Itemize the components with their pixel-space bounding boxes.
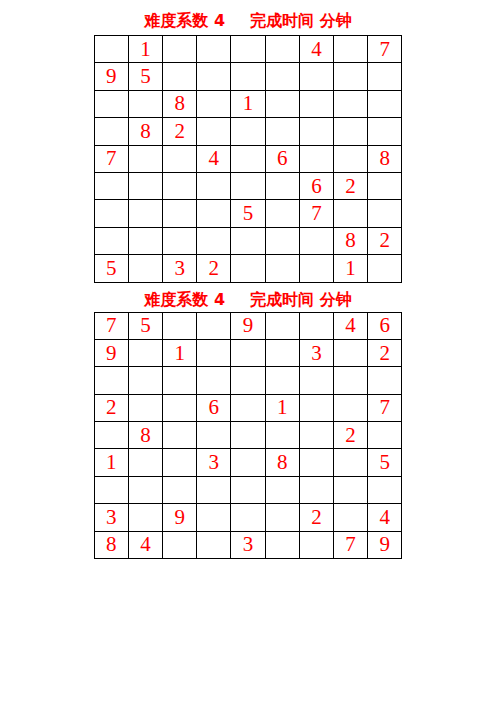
cell-r3c7[interactable] [300,91,334,118]
cell-r5c7[interactable] [300,422,334,449]
cell-r9c2: 4 [129,532,163,559]
difficulty-label: 难度系数 4 [144,291,225,308]
cell-r4c4[interactable] [197,118,231,145]
cell-r1c3[interactable] [163,36,197,63]
cell-r3c2[interactable] [129,91,163,118]
cell-r3c9[interactable] [368,367,402,394]
cell-r9c6[interactable] [266,532,300,559]
cell-r5c3[interactable] [163,422,197,449]
cell-r5c6[interactable] [266,422,300,449]
cell-r5c1: 7 [95,146,129,173]
cell-r9c2[interactable] [129,255,163,282]
cell-r5c4[interactable] [197,422,231,449]
cell-r7c6[interactable] [266,477,300,504]
cell-r6c7[interactable] [300,449,334,476]
cell-r9c5: 3 [231,532,265,559]
cell-r1c9: 7 [368,36,402,63]
cell-r8c7: 2 [300,504,334,531]
cell-r7c3[interactable] [163,477,197,504]
cell-r2c8[interactable] [334,63,368,90]
puzzle-2-header: 难度系数 4 完成时间 分钟 [0,291,496,308]
cell-r5c8[interactable] [334,146,368,173]
cell-r7c2[interactable] [129,200,163,227]
cell-r8c5[interactable] [231,504,265,531]
cell-r9c8: 7 [334,532,368,559]
cell-r6c8[interactable] [334,449,368,476]
cell-r3c7[interactable] [300,367,334,394]
cell-r4c1[interactable] [95,118,129,145]
cell-r9c4[interactable] [197,532,231,559]
cell-r6c7: 6 [300,173,334,200]
cell-r7c1[interactable] [95,477,129,504]
cell-r1c3[interactable] [163,313,197,340]
cell-r8c6[interactable] [266,228,300,255]
cell-r1c4[interactable] [197,313,231,340]
cell-r9c3[interactable] [163,532,197,559]
cell-r6c4: 3 [197,449,231,476]
cell-r3c6[interactable] [266,91,300,118]
cell-r6c1[interactable] [95,173,129,200]
cell-r2c8[interactable] [334,340,368,367]
cell-r4c1: 2 [95,395,129,422]
cell-r1c7[interactable] [300,313,334,340]
cell-r8c3: 9 [163,504,197,531]
cell-r4c2[interactable] [129,395,163,422]
cell-r2c1: 9 [95,340,129,367]
difficulty-label: 难度系数 4 [144,12,225,29]
cell-r3c5: 1 [231,91,265,118]
cell-r3c3[interactable] [163,367,197,394]
cell-r4c6[interactable] [266,118,300,145]
cell-r5c6: 6 [266,146,300,173]
cell-r2c3: 1 [163,340,197,367]
cell-r1c8: 4 [334,313,368,340]
cell-r5c9: 8 [368,146,402,173]
cell-r7c8[interactable] [334,200,368,227]
cell-r6c3[interactable] [163,449,197,476]
cell-r9c8: 1 [334,255,368,282]
cell-r3c5[interactable] [231,367,265,394]
worksheet-page: 难度系数 4 完成时间 分钟 14795818274686257825321 难… [0,0,496,702]
cell-r3c1[interactable] [95,91,129,118]
sudoku-grid-2: 7594691322617821385392484379 [94,312,403,560]
sudoku-grid-1: 14795818274686257825321 [94,35,403,283]
cell-r8c4[interactable] [197,504,231,531]
cell-r7c7: 7 [300,200,334,227]
cell-r2c9: 2 [368,340,402,367]
puzzle-1-header: 难度系数 4 完成时间 分钟 [0,0,496,29]
cell-r1c7: 4 [300,36,334,63]
cell-r4c3[interactable] [163,395,197,422]
cell-r8c2[interactable] [129,504,163,531]
cell-r4c4: 6 [197,395,231,422]
cell-r2c6[interactable] [266,63,300,90]
cell-r8c6[interactable] [266,504,300,531]
cell-r4c8[interactable] [334,118,368,145]
cell-r4c5[interactable] [231,118,265,145]
cell-r7c2[interactable] [129,477,163,504]
cell-r8c2[interactable] [129,228,163,255]
cell-r2c3[interactable] [163,63,197,90]
cell-r3c6[interactable] [266,367,300,394]
cell-r4c3: 2 [163,118,197,145]
cell-r1c6[interactable] [266,36,300,63]
cell-r2c7[interactable] [300,63,334,90]
cell-r1c2: 1 [129,36,163,63]
cell-r6c8: 2 [334,173,368,200]
cell-r6c1: 1 [95,449,129,476]
cell-r3c3: 8 [163,91,197,118]
cell-r6c4[interactable] [197,173,231,200]
cell-r4c5[interactable] [231,395,265,422]
cell-r5c2: 8 [129,422,163,449]
cell-r5c2[interactable] [129,146,163,173]
cell-r7c7[interactable] [300,477,334,504]
sudoku-puzzle-1: 难度系数 4 完成时间 分钟 14795818274686257825321 [0,0,496,283]
cell-r1c1[interactable] [95,36,129,63]
cell-r7c1[interactable] [95,200,129,227]
cell-r5c4: 4 [197,146,231,173]
cell-r6c2[interactable] [129,173,163,200]
cell-r4c7[interactable] [300,395,334,422]
cell-r7c9[interactable] [368,477,402,504]
time-label: 完成时间 分钟 [250,12,352,29]
cell-r6c9[interactable] [368,173,402,200]
cell-r9c7[interactable] [300,255,334,282]
cell-r2c5[interactable] [231,63,265,90]
cell-r3c8[interactable] [334,367,368,394]
cell-r6c6[interactable] [266,173,300,200]
cell-r3c4[interactable] [197,367,231,394]
cell-r2c2: 5 [129,63,163,90]
cell-r1c8[interactable] [334,36,368,63]
cell-r8c1[interactable] [95,228,129,255]
cell-r4c9[interactable] [368,118,402,145]
cell-r2c6[interactable] [266,340,300,367]
cell-r5c5[interactable] [231,146,265,173]
cell-r4c7[interactable] [300,118,334,145]
cell-r5c5[interactable] [231,422,265,449]
cell-r8c8[interactable] [334,504,368,531]
cell-r7c8[interactable] [334,477,368,504]
cell-r5c3[interactable] [163,146,197,173]
cell-r9c5[interactable] [231,255,265,282]
cell-r7c5: 5 [231,200,265,227]
cell-r4c2: 8 [129,118,163,145]
cell-r2c4[interactable] [197,63,231,90]
sudoku-puzzle-2: 难度系数 4 完成时间 分钟 7594691322617821385392484… [0,291,496,560]
cell-r7c6[interactable] [266,200,300,227]
cell-r8c9: 4 [368,504,402,531]
cell-r8c1: 3 [95,504,129,531]
cell-r3c8[interactable] [334,91,368,118]
cell-r9c9[interactable] [368,255,402,282]
cell-r2c5[interactable] [231,340,265,367]
cell-r7c5[interactable] [231,477,265,504]
cell-r7c4[interactable] [197,477,231,504]
cell-r1c2: 5 [129,313,163,340]
cell-r4c9: 7 [368,395,402,422]
cell-r9c6[interactable] [266,255,300,282]
cell-r8c7[interactable] [300,228,334,255]
cell-r7c9[interactable] [368,200,402,227]
cell-r6c6: 8 [266,449,300,476]
cell-r7c4[interactable] [197,200,231,227]
cell-r6c3[interactable] [163,173,197,200]
cell-r9c1: 8 [95,532,129,559]
cell-r5c8: 2 [334,422,368,449]
cell-r3c1[interactable] [95,367,129,394]
cell-r2c4[interactable] [197,340,231,367]
cell-r1c5: 9 [231,313,265,340]
cell-r9c3: 3 [163,255,197,282]
cell-r4c6: 1 [266,395,300,422]
cell-r5c1[interactable] [95,422,129,449]
cell-r8c3[interactable] [163,228,197,255]
cell-r2c1: 9 [95,63,129,90]
cell-r2c9[interactable] [368,63,402,90]
cell-r1c5[interactable] [231,36,265,63]
cell-r2c7: 3 [300,340,334,367]
cell-r8c8: 8 [334,228,368,255]
cell-r9c1: 5 [95,255,129,282]
cell-r2c2[interactable] [129,340,163,367]
cell-r6c2[interactable] [129,449,163,476]
cell-r9c9: 9 [368,532,402,559]
cell-r9c4: 2 [197,255,231,282]
time-label: 完成时间 分钟 [250,291,352,308]
cell-r8c4[interactable] [197,228,231,255]
cell-r1c1: 7 [95,313,129,340]
cell-r8c9: 2 [368,228,402,255]
cell-r3c2[interactable] [129,367,163,394]
cell-r4c8[interactable] [334,395,368,422]
cell-r9c7[interactable] [300,532,334,559]
cell-r3c4[interactable] [197,91,231,118]
cell-r8c5[interactable] [231,228,265,255]
cell-r5c9[interactable] [368,422,402,449]
cell-r6c5[interactable] [231,449,265,476]
cell-r1c9: 6 [368,313,402,340]
cell-r3c9[interactable] [368,91,402,118]
cell-r1c6[interactable] [266,313,300,340]
cell-r5c7[interactable] [300,146,334,173]
cell-r1c4[interactable] [197,36,231,63]
cell-r6c5[interactable] [231,173,265,200]
cell-r7c3[interactable] [163,200,197,227]
cell-r6c9: 5 [368,449,402,476]
